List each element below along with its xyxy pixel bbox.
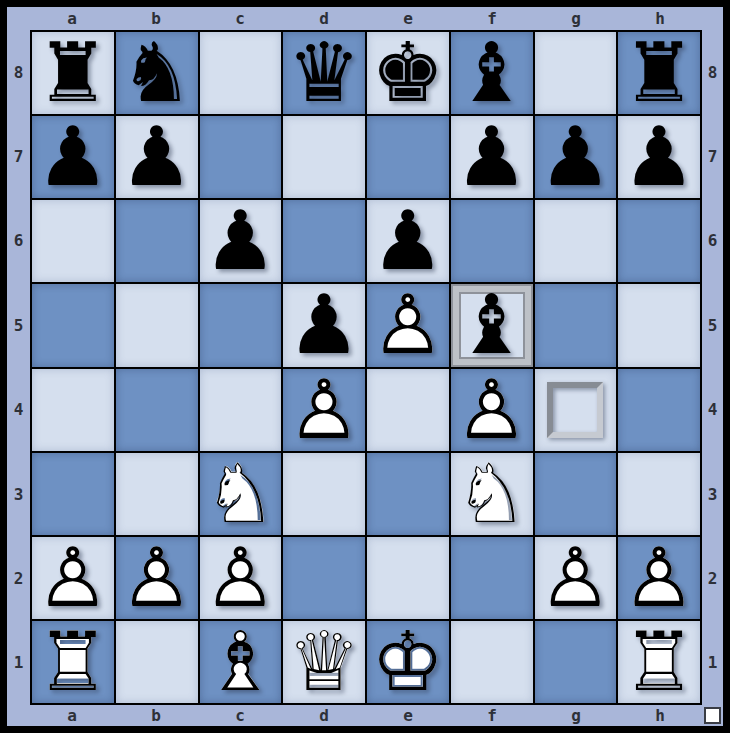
file-labels-bottom: abcdefgh [30, 705, 702, 726]
corner-top-right [702, 7, 723, 30]
file-label-f: f [487, 706, 497, 725]
piece-black-pawn[interactable]: ♟ [451, 116, 533, 198]
square-a7[interactable]: ♟ [32, 116, 114, 198]
square-f8[interactable]: ♝ [451, 32, 533, 114]
square-e8[interactable]: ♚ [367, 32, 449, 114]
pawn-glyph-fill: ♟ [116, 116, 198, 198]
piece-white-knight[interactable]: ♞♘ [451, 453, 533, 535]
piece-white-pawn[interactable]: ♟♙ [367, 284, 449, 366]
piece-black-king[interactable]: ♚ [367, 32, 449, 114]
rank-label-7: 7 [14, 147, 24, 166]
rank-label-4: 4 [14, 400, 24, 419]
corner-top-left [7, 7, 30, 30]
square-a8[interactable]: ♜ [32, 32, 114, 114]
pawn-glyph-outline: ♙ [535, 537, 617, 619]
file-label-g: g [571, 9, 581, 28]
square-d4[interactable]: ♟♙ [283, 369, 365, 451]
square-e1[interactable]: ♚♔ [367, 621, 449, 703]
rank-labels-right: 87654321 [702, 30, 723, 705]
file-label-g: g [571, 706, 581, 725]
square-a4[interactable] [32, 369, 114, 451]
pawn-glyph-fill: ♟ [618, 116, 700, 198]
square-d7[interactable] [283, 116, 365, 198]
rank-label-2: 2 [14, 569, 24, 588]
rook-glyph-fill: ♜ [618, 32, 700, 114]
rank-label-7: 7 [708, 147, 718, 166]
piece-white-bishop[interactable]: ♝♗ [200, 621, 282, 703]
pawn-glyph-outline: ♙ [116, 537, 198, 619]
square-c4[interactable] [200, 369, 282, 451]
pawn-glyph-fill: ♟ [535, 116, 617, 198]
square-c6[interactable]: ♟ [200, 200, 282, 282]
piece-white-rook[interactable]: ♜♖ [618, 621, 700, 703]
piece-black-rook[interactable]: ♜ [618, 32, 700, 114]
pawn-glyph-outline: ♙ [32, 537, 114, 619]
rank-label-2: 2 [708, 569, 718, 588]
piece-black-bishop[interactable]: ♝ [451, 32, 533, 114]
bishop-glyph-outline: ♗ [200, 621, 282, 703]
square-e3[interactable] [367, 453, 449, 535]
knight-glyph-fill: ♞ [116, 32, 198, 114]
square-a2[interactable]: ♟♙ [32, 537, 114, 619]
piece-black-bishop[interactable]: ♝ [451, 284, 533, 366]
bishop-glyph-fill: ♝ [451, 284, 533, 366]
knight-glyph-outline: ♘ [451, 453, 533, 535]
piece-black-pawn[interactable]: ♟ [32, 116, 114, 198]
square-g5[interactable] [535, 284, 617, 366]
square-h4[interactable] [618, 369, 700, 451]
rank-label-8: 8 [708, 63, 718, 82]
square-c5[interactable] [200, 284, 282, 366]
square-c7[interactable] [200, 116, 282, 198]
piece-white-pawn[interactable]: ♟♙ [618, 537, 700, 619]
rank-label-5: 5 [14, 316, 24, 335]
corner-bottom-left [7, 705, 30, 726]
square-h2[interactable]: ♟♙ [618, 537, 700, 619]
square-h7[interactable]: ♟ [618, 116, 700, 198]
pawn-glyph-fill: ♟ [200, 200, 282, 282]
chess-diagram: abcdefgh 87654321 ♜♞♛♚♝♜♟♟♟♟♟♟♟♟♟♙♝♟♙♟♙♞… [0, 0, 730, 733]
file-label-b: b [151, 706, 161, 725]
square-b5[interactable] [116, 284, 198, 366]
pawn-glyph-outline: ♙ [618, 537, 700, 619]
square-g1[interactable] [535, 621, 617, 703]
rank-labels-left: 87654321 [7, 30, 30, 705]
piece-white-knight[interactable]: ♞♘ [200, 453, 282, 535]
bishop-glyph-fill: ♝ [451, 32, 533, 114]
square-b2[interactable]: ♟♙ [116, 537, 198, 619]
piece-black-rook[interactable]: ♜ [32, 32, 114, 114]
square-d5[interactable]: ♟ [283, 284, 365, 366]
rank-label-4: 4 [708, 400, 718, 419]
piece-black-pawn[interactable]: ♟ [618, 116, 700, 198]
piece-white-pawn[interactable]: ♟♙ [200, 537, 282, 619]
square-b6[interactable] [116, 200, 198, 282]
piece-black-pawn[interactable]: ♟ [283, 284, 365, 366]
chess-board: ♜♞♛♚♝♜♟♟♟♟♟♟♟♟♟♙♝♟♙♟♙♞♘♞♘♟♙♟♙♟♙♟♙♟♙♜♖♝♗♛… [30, 30, 702, 705]
square-h6[interactable] [618, 200, 700, 282]
square-g6[interactable] [535, 200, 617, 282]
pawn-glyph-outline: ♙ [451, 369, 533, 451]
pawn-glyph-fill: ♟ [32, 116, 114, 198]
rook-glyph-outline: ♖ [618, 621, 700, 703]
square-h8[interactable]: ♜ [618, 32, 700, 114]
piece-white-pawn[interactable]: ♟♙ [451, 369, 533, 451]
piece-white-king[interactable]: ♚♔ [367, 621, 449, 703]
square-a5[interactable] [32, 284, 114, 366]
queen-glyph-outline: ♕ [283, 621, 365, 703]
piece-black-pawn[interactable]: ♟ [367, 200, 449, 282]
square-a6[interactable] [32, 200, 114, 282]
rank-label-6: 6 [708, 231, 718, 250]
square-f3[interactable]: ♞♘ [451, 453, 533, 535]
piece-black-knight[interactable]: ♞ [116, 32, 198, 114]
square-e5[interactable]: ♟♙ [367, 284, 449, 366]
piece-black-pawn[interactable]: ♟ [535, 116, 617, 198]
square-b3[interactable] [116, 453, 198, 535]
piece-black-pawn[interactable]: ♟ [200, 200, 282, 282]
square-g8[interactable] [535, 32, 617, 114]
piece-white-rook[interactable]: ♜♖ [32, 621, 114, 703]
square-c1[interactable]: ♝♗ [200, 621, 282, 703]
square-d2[interactable] [283, 537, 365, 619]
piece-black-pawn[interactable]: ♟ [116, 116, 198, 198]
diagram-inner: abcdefgh 87654321 ♜♞♛♚♝♜♟♟♟♟♟♟♟♟♟♙♝♟♙♟♙♞… [7, 7, 723, 726]
pawn-glyph-outline: ♙ [200, 537, 282, 619]
piece-white-pawn[interactable]: ♟♙ [32, 537, 114, 619]
rank-label-5: 5 [708, 316, 718, 335]
square-e4[interactable] [367, 369, 449, 451]
square-b7[interactable]: ♟ [116, 116, 198, 198]
corner-bottom-right [702, 705, 723, 726]
piece-white-pawn[interactable]: ♟♙ [283, 369, 365, 451]
square-e2[interactable] [367, 537, 449, 619]
rank-label-8: 8 [14, 63, 24, 82]
square-b4[interactable] [116, 369, 198, 451]
rank-label-6: 6 [14, 231, 24, 250]
rank-label-3: 3 [14, 485, 24, 504]
queen-glyph-fill: ♛ [283, 32, 365, 114]
square-f5[interactable]: ♝ [451, 284, 533, 366]
square-a3[interactable] [32, 453, 114, 535]
piece-white-queen[interactable]: ♛♕ [283, 621, 365, 703]
square-b8[interactable]: ♞ [116, 32, 198, 114]
rank-label-1: 1 [708, 653, 718, 672]
square-d6[interactable] [283, 200, 365, 282]
square-c3[interactable]: ♞♘ [200, 453, 282, 535]
rank-label-3: 3 [708, 485, 718, 504]
square-c8[interactable] [200, 32, 282, 114]
square-f1[interactable] [451, 621, 533, 703]
king-glyph-fill: ♚ [367, 32, 449, 114]
square-b1[interactable] [116, 621, 198, 703]
square-d8[interactable]: ♛ [283, 32, 365, 114]
square-f4[interactable]: ♟♙ [451, 369, 533, 451]
square-e7[interactable] [367, 116, 449, 198]
square-h3[interactable] [618, 453, 700, 535]
pawn-glyph-fill: ♟ [451, 116, 533, 198]
square-d3[interactable] [283, 453, 365, 535]
rook-glyph-fill: ♜ [32, 32, 114, 114]
pawn-glyph-outline: ♙ [283, 369, 365, 451]
knight-glyph-outline: ♘ [200, 453, 282, 535]
rook-glyph-outline: ♖ [32, 621, 114, 703]
square-g2[interactable]: ♟♙ [535, 537, 617, 619]
white-to-move-indicator [704, 707, 721, 724]
square-g7[interactable]: ♟ [535, 116, 617, 198]
file-label-c: c [235, 9, 245, 28]
square-a1[interactable]: ♜♖ [32, 621, 114, 703]
pawn-glyph-fill: ♟ [367, 200, 449, 282]
piece-white-pawn[interactable]: ♟♙ [535, 537, 617, 619]
square-g3[interactable] [535, 453, 617, 535]
square-h5[interactable] [618, 284, 700, 366]
square-f6[interactable] [451, 200, 533, 282]
square-f7[interactable]: ♟ [451, 116, 533, 198]
square-c2[interactable]: ♟♙ [200, 537, 282, 619]
square-e6[interactable]: ♟ [367, 200, 449, 282]
piece-black-queen[interactable]: ♛ [283, 32, 365, 114]
square-d1[interactable]: ♛♕ [283, 621, 365, 703]
piece-white-pawn[interactable]: ♟♙ [116, 537, 198, 619]
pawn-glyph-outline: ♙ [367, 284, 449, 366]
square-g4[interactable] [535, 369, 617, 451]
square-h1[interactable]: ♜♖ [618, 621, 700, 703]
rank-label-1: 1 [14, 653, 24, 672]
king-glyph-outline: ♔ [367, 621, 449, 703]
square-f2[interactable] [451, 537, 533, 619]
pawn-glyph-fill: ♟ [283, 284, 365, 366]
